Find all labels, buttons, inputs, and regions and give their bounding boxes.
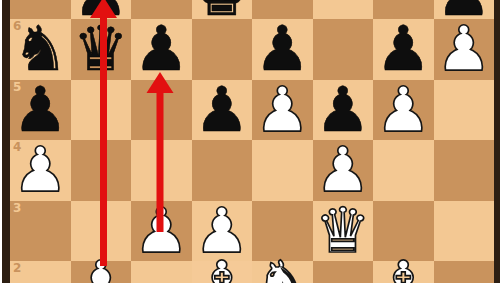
chess-board: ♟♚♟6♞♛♟♟♟♟5♟♟♟♟♟4♟♟3♟♟♛2♟♝♞♝	[10, 0, 494, 283]
white-pawn[interactable]: ♟	[71, 254, 132, 283]
square-c2[interactable]	[131, 261, 192, 283]
black-queen[interactable]: ♛	[71, 19, 132, 80]
square-f7[interactable]	[313, 0, 374, 19]
black-pawn[interactable]: ♟	[10, 80, 71, 141]
square-d6[interactable]	[192, 19, 253, 80]
square-a3[interactable]: 3	[10, 201, 71, 262]
square-b2[interactable]: ♟	[71, 261, 132, 283]
white-bishop[interactable]: ♝	[373, 254, 434, 283]
square-h6[interactable]: ♟	[434, 19, 495, 80]
square-b5[interactable]	[71, 80, 132, 141]
square-f3[interactable]: ♛	[313, 201, 374, 262]
square-g5[interactable]: ♟	[373, 80, 434, 141]
square-e6[interactable]: ♟	[252, 19, 313, 80]
square-f6[interactable]	[313, 19, 374, 80]
square-b4[interactable]	[71, 140, 132, 201]
black-pawn[interactable]: ♟	[373, 19, 434, 80]
square-d7[interactable]: ♚	[192, 0, 253, 19]
square-f5[interactable]: ♟	[313, 80, 374, 141]
square-e2[interactable]: ♞	[252, 261, 313, 283]
square-c5[interactable]	[131, 80, 192, 141]
square-a5[interactable]: 5♟	[10, 80, 71, 141]
square-d5[interactable]: ♟	[192, 80, 253, 141]
rank-label-3: 3	[13, 202, 21, 214]
square-d2[interactable]: ♝	[192, 261, 253, 283]
black-pawn[interactable]: ♟	[192, 80, 253, 141]
square-h2[interactable]	[434, 261, 495, 283]
white-pawn[interactable]: ♟	[252, 80, 313, 141]
square-a2[interactable]: 2	[10, 261, 71, 283]
square-h5[interactable]	[434, 80, 495, 141]
white-bishop[interactable]: ♝	[192, 254, 253, 283]
square-a4[interactable]: 4♟	[10, 140, 71, 201]
square-e4[interactable]	[252, 140, 313, 201]
square-f2[interactable]	[313, 261, 374, 283]
white-pawn[interactable]: ♟	[313, 140, 374, 201]
square-b6[interactable]: ♛	[71, 19, 132, 80]
square-c3[interactable]: ♟	[131, 201, 192, 262]
white-pawn[interactable]: ♟	[131, 201, 192, 262]
white-pawn[interactable]: ♟	[10, 140, 71, 201]
white-pawn[interactable]: ♟	[434, 19, 495, 80]
square-g6[interactable]: ♟	[373, 19, 434, 80]
square-g4[interactable]	[373, 140, 434, 201]
black-pawn[interactable]: ♟	[252, 19, 313, 80]
square-c4[interactable]	[131, 140, 192, 201]
black-pawn[interactable]: ♟	[131, 19, 192, 80]
black-knight[interactable]: ♞	[10, 19, 71, 80]
square-f4[interactable]: ♟	[313, 140, 374, 201]
white-knight[interactable]: ♞	[252, 254, 313, 283]
square-h3[interactable]	[434, 201, 495, 262]
black-pawn[interactable]: ♟	[313, 80, 374, 141]
white-queen[interactable]: ♛	[313, 201, 374, 262]
square-g2[interactable]: ♝	[373, 261, 434, 283]
white-pawn[interactable]: ♟	[373, 80, 434, 141]
square-h4[interactable]	[434, 140, 495, 201]
square-c6[interactable]: ♟	[131, 19, 192, 80]
square-e5[interactable]: ♟	[252, 80, 313, 141]
square-d4[interactable]	[192, 140, 253, 201]
square-a6[interactable]: 6♞	[10, 19, 71, 80]
rank-label-2: 2	[13, 262, 21, 274]
